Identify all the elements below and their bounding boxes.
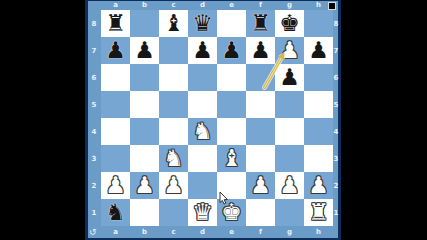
file-labels-bottom: abcdefgh [101, 228, 333, 237]
square-a1[interactable]: ♞ [101, 199, 130, 226]
rank-label-7: 7 [88, 37, 100, 64]
piece-white-knight-c3[interactable]: ♞ [163, 145, 184, 172]
square-e3[interactable]: ♝ [217, 145, 246, 172]
square-f3[interactable] [246, 145, 275, 172]
square-g5[interactable] [275, 91, 304, 118]
piece-black-rook-f8[interactable]: ♜ [250, 10, 271, 37]
square-h5[interactable] [304, 91, 333, 118]
rank-label-2: 2 [332, 172, 340, 199]
square-h1[interactable]: ♜ [304, 199, 333, 226]
side-to-move-indicator [328, 2, 336, 10]
square-d1[interactable]: ♛ [188, 199, 217, 226]
rank-label-1: 1 [88, 199, 100, 226]
square-a7[interactable]: ♟ [101, 37, 130, 64]
square-d5[interactable] [188, 91, 217, 118]
piece-black-knight-a1[interactable]: ♞ [105, 199, 126, 226]
piece-white-pawn-h2[interactable]: ♟ [308, 172, 329, 199]
square-a5[interactable] [101, 91, 130, 118]
piece-black-pawn-d7[interactable]: ♟ [192, 37, 213, 64]
file-label-h: h [304, 228, 333, 237]
rank-label-6: 6 [88, 64, 100, 91]
square-g6[interactable]: ♟ [275, 64, 304, 91]
rank-label-6: 6 [332, 64, 340, 91]
square-b8[interactable] [130, 10, 159, 37]
piece-white-pawn-g7[interactable]: ♟ [279, 37, 300, 64]
square-b6[interactable] [130, 64, 159, 91]
square-g4[interactable] [275, 118, 304, 145]
square-b1[interactable] [130, 199, 159, 226]
chess-board: abcdefgh abcdefgh 87654321 87654321 ♜♝♛♜… [85, 0, 341, 240]
piece-black-pawn-h7[interactable]: ♟ [308, 37, 329, 64]
rank-label-8: 8 [88, 10, 100, 37]
piece-black-queen-d8[interactable]: ♛ [192, 10, 213, 37]
square-e5[interactable] [217, 91, 246, 118]
file-label-f: f [246, 1, 275, 10]
rank-label-1: 1 [332, 199, 340, 226]
square-c3[interactable]: ♞ [159, 145, 188, 172]
file-label-g: g [275, 228, 304, 237]
square-c2[interactable]: ♟ [159, 172, 188, 199]
rank-label-2: 2 [88, 172, 100, 199]
square-f6[interactable] [246, 64, 275, 91]
rank-label-3: 3 [88, 145, 100, 172]
rank-label-7: 7 [332, 37, 340, 64]
rank-label-5: 5 [88, 91, 100, 118]
square-c1[interactable] [159, 199, 188, 226]
file-label-d: d [188, 1, 217, 10]
square-c8[interactable]: ♝ [159, 10, 188, 37]
square-f4[interactable] [246, 118, 275, 145]
piece-white-pawn-c2[interactable]: ♟ [163, 172, 184, 199]
square-e1[interactable]: ♚ [217, 199, 246, 226]
file-label-e: e [217, 1, 246, 10]
square-h6[interactable] [304, 64, 333, 91]
square-d2[interactable] [188, 172, 217, 199]
square-e2[interactable] [217, 172, 246, 199]
piece-white-queen-d1[interactable]: ♛ [192, 199, 213, 226]
piece-white-pawn-g2[interactable]: ♟ [279, 172, 300, 199]
square-f2[interactable]: ♟ [246, 172, 275, 199]
file-label-b: b [130, 228, 159, 237]
square-f5[interactable] [246, 91, 275, 118]
square-e4[interactable] [217, 118, 246, 145]
square-c5[interactable] [159, 91, 188, 118]
square-b2[interactable]: ♟ [130, 172, 159, 199]
square-b3[interactable] [130, 145, 159, 172]
piece-black-bishop-c8[interactable]: ♝ [163, 10, 184, 37]
rank-label-5: 5 [332, 91, 340, 118]
square-d6[interactable] [188, 64, 217, 91]
file-label-e: e [217, 228, 246, 237]
square-c6[interactable] [159, 64, 188, 91]
square-c4[interactable] [159, 118, 188, 145]
piece-white-pawn-b2[interactable]: ♟ [134, 172, 155, 199]
rank-labels-left: 87654321 [88, 10, 100, 226]
flip-board-icon[interactable]: ↺ [89, 227, 97, 237]
piece-white-knight-d4[interactable]: ♞ [192, 118, 213, 145]
file-label-c: c [159, 228, 188, 237]
piece-black-pawn-a7[interactable]: ♟ [105, 37, 126, 64]
square-b7[interactable]: ♟ [130, 37, 159, 64]
square-f1[interactable] [246, 199, 275, 226]
piece-black-rook-a8[interactable]: ♜ [105, 10, 126, 37]
square-a8[interactable]: ♜ [101, 10, 130, 37]
square-g3[interactable] [275, 145, 304, 172]
square-e7[interactable]: ♟ [217, 37, 246, 64]
piece-white-king-e1[interactable]: ♚ [221, 199, 242, 226]
square-a3[interactable] [101, 145, 130, 172]
square-g8[interactable]: ♚ [275, 10, 304, 37]
square-g7[interactable]: ♟ [275, 37, 304, 64]
square-h7[interactable]: ♟ [304, 37, 333, 64]
video-frame: abcdefgh abcdefgh 87654321 87654321 ♜♝♛♜… [0, 0, 427, 240]
square-d8[interactable]: ♛ [188, 10, 217, 37]
square-a6[interactable] [101, 64, 130, 91]
rank-label-4: 4 [332, 118, 340, 145]
square-h2[interactable]: ♟ [304, 172, 333, 199]
rank-label-3: 3 [332, 145, 340, 172]
square-e8[interactable] [217, 10, 246, 37]
square-g1[interactable] [275, 199, 304, 226]
square-d3[interactable] [188, 145, 217, 172]
file-label-g: g [275, 1, 304, 10]
square-d7[interactable]: ♟ [188, 37, 217, 64]
board-squares: ♜♝♛♜♚♟♟♟♟♟♟♟♟♞♞♝♟♟♟♟♟♟♞♛♚♜ [101, 10, 333, 226]
file-labels-top: abcdefgh [101, 1, 333, 10]
square-f7[interactable]: ♟ [246, 37, 275, 64]
piece-black-pawn-e7[interactable]: ♟ [221, 37, 242, 64]
file-label-f: f [246, 228, 275, 237]
square-h4[interactable] [304, 118, 333, 145]
piece-white-bishop-e3[interactable]: ♝ [221, 145, 242, 172]
piece-black-pawn-f7[interactable]: ♟ [250, 37, 271, 64]
piece-black-pawn-b7[interactable]: ♟ [134, 37, 155, 64]
rank-label-4: 4 [88, 118, 100, 145]
square-c7[interactable] [159, 37, 188, 64]
square-f8[interactable]: ♜ [246, 10, 275, 37]
piece-white-pawn-a2[interactable]: ♟ [105, 172, 126, 199]
piece-white-rook-h1[interactable]: ♜ [308, 199, 329, 226]
rank-label-8: 8 [332, 10, 340, 37]
rank-labels-right: 87654321 [332, 10, 340, 226]
square-a4[interactable] [101, 118, 130, 145]
square-d4[interactable]: ♞ [188, 118, 217, 145]
file-label-b: b [130, 1, 159, 10]
file-label-d: d [188, 228, 217, 237]
piece-black-pawn-g6[interactable]: ♟ [279, 64, 300, 91]
square-h3[interactable] [304, 145, 333, 172]
square-b4[interactable] [130, 118, 159, 145]
piece-white-pawn-f2[interactable]: ♟ [250, 172, 271, 199]
square-b5[interactable] [130, 91, 159, 118]
square-a2[interactable]: ♟ [101, 172, 130, 199]
square-e6[interactable] [217, 64, 246, 91]
file-label-a: a [101, 1, 130, 10]
file-label-c: c [159, 1, 188, 10]
file-label-a: a [101, 228, 130, 237]
square-h8[interactable] [304, 10, 333, 37]
square-g2[interactable]: ♟ [275, 172, 304, 199]
piece-black-king-g8[interactable]: ♚ [279, 10, 300, 37]
